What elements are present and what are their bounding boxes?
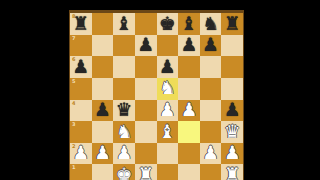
piece-black-pawn[interactable]: ♟ (73, 57, 90, 76)
piece-white-pawn[interactable]: ♟ (159, 101, 176, 120)
square-e3[interactable]: ♝ (157, 121, 179, 143)
square-b4[interactable]: ♟ (92, 100, 114, 122)
square-a4[interactable]: 4 (70, 100, 92, 122)
piece-white-pawn[interactable]: ♟ (116, 144, 133, 163)
square-h1[interactable]: h♜ (221, 164, 243, 180)
square-d1[interactable]: d♜ (135, 164, 157, 180)
piece-black-pawn[interactable]: ♟ (224, 101, 241, 120)
rank-label-3: 3 (72, 122, 75, 127)
piece-black-pawn[interactable]: ♟ (159, 57, 176, 76)
rank-label-5: 5 (72, 79, 75, 84)
piece-white-king[interactable]: ♚ (116, 165, 133, 180)
piece-white-pawn[interactable]: ♟ (224, 144, 241, 163)
square-h5[interactable] (221, 78, 243, 100)
square-a6[interactable]: 6♟ (70, 56, 92, 78)
square-g8[interactable]: ♞ (200, 13, 222, 35)
square-c5[interactable] (113, 78, 135, 100)
square-c2[interactable]: ♟ (113, 143, 135, 165)
piece-black-bishop[interactable]: ♝ (116, 14, 133, 33)
rank-label-1: 1 (72, 165, 75, 170)
piece-black-queen[interactable]: ♛ (116, 101, 133, 120)
square-h6[interactable] (221, 56, 243, 78)
chess-board: 8♜♝♚♝♞♜7♟♟♟6♟♟5♞4♟♛♟♟♟3♞♝♛2♟♟♟♟♟1abc♚d♜e… (69, 10, 244, 180)
piece-white-rook[interactable]: ♜ (137, 165, 154, 180)
piece-black-pawn[interactable]: ♟ (202, 36, 219, 55)
piece-black-knight[interactable]: ♞ (202, 14, 219, 33)
square-a2[interactable]: 2♟ (70, 143, 92, 165)
piece-white-bishop[interactable]: ♝ (159, 122, 176, 141)
square-e2[interactable] (157, 143, 179, 165)
rank-label-4: 4 (72, 101, 75, 106)
piece-white-pawn[interactable]: ♟ (181, 101, 198, 120)
square-a5[interactable]: 5 (70, 78, 92, 100)
piece-black-rook[interactable]: ♜ (224, 14, 241, 33)
square-c3[interactable]: ♞ (113, 121, 135, 143)
square-h2[interactable]: ♟ (221, 143, 243, 165)
square-f2[interactable] (178, 143, 200, 165)
square-c8[interactable]: ♝ (113, 13, 135, 35)
square-b7[interactable] (92, 35, 114, 57)
square-g1[interactable]: g (200, 164, 222, 180)
square-h4[interactable]: ♟ (221, 100, 243, 122)
piece-white-knight[interactable]: ♞ (159, 79, 176, 98)
square-g6[interactable] (200, 56, 222, 78)
piece-black-bishop[interactable]: ♝ (181, 14, 198, 33)
piece-black-pawn[interactable]: ♟ (137, 36, 154, 55)
square-g3[interactable] (200, 121, 222, 143)
square-d7[interactable]: ♟ (135, 35, 157, 57)
piece-white-pawn[interactable]: ♟ (94, 144, 111, 163)
square-f4[interactable]: ♟ (178, 100, 200, 122)
square-e8[interactable]: ♚ (157, 13, 179, 35)
square-a8[interactable]: 8♜ (70, 13, 92, 35)
square-f5[interactable] (178, 78, 200, 100)
square-g7[interactable]: ♟ (200, 35, 222, 57)
square-b2[interactable]: ♟ (92, 143, 114, 165)
square-d4[interactable] (135, 100, 157, 122)
square-g5[interactable] (200, 78, 222, 100)
square-e4[interactable]: ♟ (157, 100, 179, 122)
square-f7[interactable]: ♟ (178, 35, 200, 57)
square-e5[interactable]: ♞ (157, 78, 179, 100)
square-d8[interactable] (135, 13, 157, 35)
square-h7[interactable] (221, 35, 243, 57)
piece-black-pawn[interactable]: ♟ (94, 101, 111, 120)
square-f3[interactable] (178, 121, 200, 143)
square-b1[interactable]: b (92, 164, 114, 180)
piece-black-king[interactable]: ♚ (159, 14, 176, 33)
square-c6[interactable] (113, 56, 135, 78)
square-f6[interactable] (178, 56, 200, 78)
square-b6[interactable] (92, 56, 114, 78)
square-f1[interactable]: f (178, 164, 200, 180)
square-a3[interactable]: 3 (70, 121, 92, 143)
piece-white-pawn[interactable]: ♟ (202, 144, 219, 163)
piece-white-knight[interactable]: ♞ (116, 122, 133, 141)
square-g4[interactable] (200, 100, 222, 122)
square-a7[interactable]: 7 (70, 35, 92, 57)
square-f8[interactable]: ♝ (178, 13, 200, 35)
square-d5[interactable] (135, 78, 157, 100)
square-b3[interactable] (92, 121, 114, 143)
square-h3[interactable]: ♛ (221, 121, 243, 143)
square-d2[interactable] (135, 143, 157, 165)
square-b5[interactable] (92, 78, 114, 100)
rank-label-7: 7 (72, 36, 75, 41)
square-d6[interactable] (135, 56, 157, 78)
square-e7[interactable] (157, 35, 179, 57)
square-e1[interactable]: e (157, 164, 179, 180)
square-c1[interactable]: c♚ (113, 164, 135, 180)
piece-black-rook[interactable]: ♜ (73, 14, 90, 33)
square-e6[interactable]: ♟ (157, 56, 179, 78)
screenshot-background: 8♜♝♚♝♞♜7♟♟♟6♟♟5♞4♟♛♟♟♟3♞♝♛2♟♟♟♟♟1abc♚d♜e… (0, 0, 320, 180)
piece-black-pawn[interactable]: ♟ (181, 36, 198, 55)
square-g2[interactable]: ♟ (200, 143, 222, 165)
piece-white-pawn[interactable]: ♟ (73, 144, 90, 163)
piece-white-queen[interactable]: ♛ (224, 122, 241, 141)
square-c4[interactable]: ♛ (113, 100, 135, 122)
piece-white-rook[interactable]: ♜ (224, 165, 241, 180)
square-d3[interactable] (135, 121, 157, 143)
square-h8[interactable]: ♜ (221, 13, 243, 35)
square-b8[interactable] (92, 13, 114, 35)
square-a1[interactable]: 1a (70, 164, 92, 180)
square-c7[interactable] (113, 35, 135, 57)
